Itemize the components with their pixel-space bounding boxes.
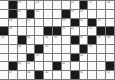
white-cell[interactable]: 40 [44, 45, 52, 53]
white-cell[interactable] [0, 1, 8, 9]
white-cell[interactable] [0, 19, 8, 27]
clue-number: 51 [107, 71, 110, 74]
white-cell[interactable]: 23 [9, 19, 17, 27]
clue-number: 15 [36, 1, 39, 4]
white-cell[interactable]: 44 [18, 62, 26, 70]
white-cell[interactable] [97, 1, 105, 9]
white-cell[interactable]: 28 [9, 27, 17, 35]
white-cell[interactable] [97, 10, 105, 18]
black-cell [53, 27, 61, 35]
white-cell[interactable] [0, 10, 8, 18]
white-cell[interactable] [44, 10, 52, 18]
white-cell[interactable] [18, 27, 26, 35]
white-cell[interactable] [62, 45, 70, 53]
white-cell[interactable] [97, 62, 105, 70]
white-cell[interactable] [9, 45, 17, 53]
clue-number: 39 [18, 45, 21, 48]
clue-number: 25 [62, 19, 65, 22]
clue-number: 26 [80, 19, 83, 22]
black-cell [35, 71, 43, 79]
black-cell [106, 62, 114, 70]
white-cell[interactable]: 37 [97, 36, 105, 44]
clue-number: 22 [80, 10, 83, 13]
white-cell[interactable]: 45 [27, 62, 35, 70]
clue-number: 35 [54, 36, 57, 39]
white-cell[interactable]: 21 [71, 10, 79, 18]
white-cell[interactable] [62, 71, 70, 79]
clue-number: 49 [45, 71, 48, 74]
white-cell[interactable]: 33 [27, 36, 35, 44]
white-cell[interactable] [0, 71, 8, 79]
white-cell[interactable]: 17 [88, 1, 96, 9]
white-cell[interactable] [106, 19, 114, 27]
white-cell[interactable]: 32 [0, 36, 8, 44]
white-cell[interactable] [97, 71, 105, 79]
white-cell[interactable]: 24 [27, 19, 35, 27]
white-cell[interactable]: 16 [71, 1, 79, 9]
clue-number: 30 [71, 27, 74, 30]
clue-number: 21 [71, 10, 74, 13]
white-cell[interactable] [35, 19, 43, 27]
clue-number: 33 [27, 36, 30, 39]
black-cell [27, 10, 35, 18]
clue-number: 43 [80, 54, 83, 57]
white-cell[interactable]: 26 [80, 19, 88, 27]
black-cell [0, 27, 8, 35]
white-cell[interactable] [88, 71, 96, 79]
clue-number: 23 [9, 19, 12, 22]
black-cell [9, 1, 17, 9]
white-cell[interactable] [44, 62, 52, 70]
white-cell[interactable]: 38 [106, 36, 114, 44]
black-cell [106, 27, 114, 35]
white-cell[interactable] [35, 27, 43, 35]
white-cell[interactable] [106, 54, 114, 62]
white-cell[interactable]: 34 [44, 36, 52, 44]
white-cell[interactable] [53, 19, 61, 27]
white-cell[interactable]: 49 [44, 71, 52, 79]
white-cell[interactable] [0, 62, 8, 70]
black-cell [80, 1, 88, 9]
white-cell[interactable]: 20 [35, 10, 43, 18]
white-cell[interactable]: 36 [80, 36, 88, 44]
black-cell [88, 19, 96, 27]
white-cell[interactable]: 42 [35, 54, 43, 62]
white-cell[interactable] [71, 45, 79, 53]
white-cell[interactable] [80, 62, 88, 70]
white-cell[interactable] [53, 71, 61, 79]
clue-number: 46 [62, 62, 65, 65]
black-cell [53, 62, 61, 70]
clue-number: 47 [9, 71, 12, 74]
white-cell[interactable] [9, 54, 17, 62]
white-cell[interactable] [44, 1, 52, 9]
white-cell[interactable] [88, 62, 96, 70]
white-cell[interactable] [53, 1, 61, 9]
white-cell[interactable]: 50 [80, 71, 88, 79]
black-cell [71, 36, 79, 44]
clue-number: 45 [27, 62, 30, 65]
white-cell[interactable]: 27 [97, 19, 105, 27]
white-cell[interactable] [62, 54, 70, 62]
white-cell[interactable] [53, 10, 61, 18]
white-cell[interactable]: 22 [80, 10, 88, 18]
black-cell [27, 54, 35, 62]
clue-number: 44 [18, 62, 21, 65]
white-cell[interactable] [18, 54, 26, 62]
white-cell[interactable] [62, 1, 70, 9]
white-cell[interactable] [0, 54, 8, 62]
clue-number: 37 [98, 36, 101, 39]
clue-number: 20 [36, 10, 39, 13]
white-cell[interactable] [106, 10, 114, 18]
black-cell [9, 10, 17, 18]
black-cell [18, 36, 26, 44]
clue-number: 34 [45, 36, 48, 39]
black-cell [71, 71, 79, 79]
white-cell[interactable]: 14 [18, 1, 26, 9]
white-cell[interactable] [97, 45, 105, 53]
clue-number: 24 [27, 19, 30, 22]
white-cell[interactable]: 51 [106, 71, 114, 79]
white-cell[interactable] [18, 71, 26, 79]
white-cell[interactable]: 25 [62, 19, 70, 27]
black-cell [80, 45, 88, 53]
crossword-board: 1415161718192021222324252627282930313233… [0, 0, 115, 80]
white-cell[interactable]: 29 [62, 27, 70, 35]
white-cell[interactable]: 48 [27, 71, 35, 79]
white-cell[interactable] [53, 54, 61, 62]
clue-number: 42 [36, 54, 39, 57]
clue-number: 38 [107, 36, 110, 39]
clue-number: 17 [89, 1, 92, 4]
white-cell[interactable]: 19 [18, 10, 26, 18]
white-cell[interactable]: 47 [9, 71, 17, 79]
white-cell[interactable]: 39 [18, 45, 26, 53]
black-cell [88, 36, 96, 44]
white-cell[interactable] [97, 54, 105, 62]
clue-number: 40 [45, 45, 48, 48]
white-cell[interactable] [62, 36, 70, 44]
clue-number: 14 [18, 1, 21, 4]
white-cell[interactable] [35, 36, 43, 44]
white-cell[interactable] [0, 45, 8, 53]
white-cell[interactable] [88, 10, 96, 18]
white-cell[interactable]: 41 [88, 45, 96, 53]
clue-number: 19 [18, 10, 21, 13]
white-cell[interactable] [88, 54, 96, 62]
black-cell [71, 19, 79, 27]
clue-number: 36 [80, 36, 83, 39]
clue-number: 48 [27, 71, 30, 74]
white-cell[interactable]: 31 [88, 27, 96, 35]
white-cell[interactable] [71, 62, 79, 70]
black-cell [97, 27, 105, 35]
white-cell[interactable] [18, 19, 26, 27]
white-cell[interactable] [44, 54, 52, 62]
clue-number: 31 [89, 27, 92, 30]
white-cell[interactable] [80, 27, 88, 35]
clue-number: 18 [107, 1, 110, 4]
black-cell [9, 62, 17, 70]
black-cell [44, 27, 52, 35]
clue-number: 41 [89, 45, 92, 48]
white-cell[interactable] [9, 36, 17, 44]
white-cell[interactable]: 43 [80, 54, 88, 62]
clue-number: 28 [9, 27, 12, 30]
clue-number: 29 [62, 27, 65, 30]
clue-number: 32 [1, 36, 4, 39]
white-cell[interactable]: 30 [71, 27, 79, 35]
black-cell [71, 54, 79, 62]
white-cell[interactable] [35, 62, 43, 70]
black-cell [62, 10, 70, 18]
white-cell[interactable] [27, 1, 35, 9]
white-cell[interactable] [53, 45, 61, 53]
clue-number: 50 [80, 71, 83, 74]
white-cell[interactable]: 18 [106, 1, 114, 9]
white-cell[interactable] [27, 27, 35, 35]
black-cell [35, 45, 43, 53]
clue-number: 27 [98, 19, 101, 22]
white-cell[interactable]: 15 [35, 1, 43, 9]
white-cell[interactable]: 46 [62, 62, 70, 70]
white-cell[interactable] [44, 19, 52, 27]
clue-number: 16 [71, 1, 74, 4]
white-cell[interactable]: 35 [53, 36, 61, 44]
white-cell[interactable] [106, 45, 114, 53]
white-cell[interactable] [27, 45, 35, 53]
